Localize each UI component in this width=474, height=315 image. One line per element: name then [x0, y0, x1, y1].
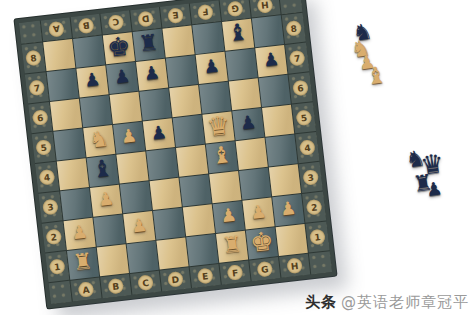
file-label-top-a-label: A: [48, 21, 65, 38]
rank-label-left-5-label: 5: [35, 139, 52, 156]
rank-label-left-8-label: 8: [25, 50, 42, 67]
piece-white-queen-f5[interactable]: ♛: [205, 111, 231, 139]
captured-pieces-upper-right: ♞♞♟♝: [352, 24, 388, 88]
square-d6[interactable]: [139, 88, 171, 120]
rank-label-right-4: 4: [295, 132, 319, 163]
square-c8[interactable]: ♚: [103, 32, 135, 64]
square-a5[interactable]: [53, 128, 85, 160]
file-label-top-c-label: C: [108, 14, 125, 31]
square-h3[interactable]: [269, 164, 301, 196]
piece-white-bishop-f4[interactable]: ♝: [210, 143, 233, 168]
square-b5[interactable]: ♞: [83, 125, 115, 157]
file-label-bottom-f: F: [219, 260, 250, 284]
rank-label-right-8: 8: [282, 13, 306, 44]
file-label-top-b-label: B: [78, 18, 95, 35]
square-d8[interactable]: ♜: [133, 29, 165, 61]
square-c3[interactable]: [120, 181, 152, 213]
square-b2[interactable]: [93, 214, 125, 246]
rank-label-left-3-label: 3: [42, 199, 59, 216]
frame-corner: [49, 281, 72, 304]
square-d1[interactable]: [156, 237, 188, 269]
file-label-bottom-g: G: [249, 257, 280, 281]
square-h6[interactable]: [259, 75, 291, 107]
file-label-top-f-label: F: [197, 4, 214, 21]
watermark: 头条 @英语老师章冠平: [305, 293, 469, 312]
file-label-bottom-d-label: D: [167, 271, 184, 288]
file-label-top-d-label: D: [137, 11, 154, 28]
square-e1[interactable]: [186, 234, 218, 266]
square-b8[interactable]: [73, 36, 105, 68]
file-label-bottom-b: B: [100, 274, 131, 298]
file-label-top-h-label: H: [257, 0, 274, 14]
piece-white-pawn-a2[interactable]: ♟: [70, 222, 88, 242]
file-label-bottom-h-label: H: [286, 257, 303, 274]
rank-label-right-7: 7: [285, 43, 309, 74]
rank-label-left-4-label: 4: [39, 169, 56, 186]
square-d7[interactable]: ♟: [136, 59, 168, 91]
square-e8[interactable]: [162, 25, 194, 57]
square-b6[interactable]: [80, 95, 112, 127]
piece-white-rook-a1[interactable]: ♜: [72, 250, 94, 274]
piece-white-pawn-c5[interactable]: ♟: [120, 126, 138, 146]
rank-label-left-1: 1: [45, 251, 69, 282]
piece-black-pawn-b7[interactable]: ♟: [83, 70, 101, 90]
chess-photo: ABCDEFGH8♚♜♝87♟♟♟♟♟7665♞♟♟♛♟54♝♝43♟32♟♟♟…: [0, 0, 474, 315]
file-label-bottom-d: D: [160, 267, 191, 291]
captured-black-pawn: ♟: [425, 178, 449, 199]
rank-label-right-2: 2: [302, 192, 326, 223]
file-label-bottom-f-label: F: [227, 264, 244, 281]
square-f7[interactable]: ♟: [196, 52, 228, 84]
file-label-top-e-label: E: [167, 7, 184, 24]
square-f4[interactable]: ♝: [206, 141, 238, 173]
file-label-top-f: F: [190, 0, 221, 24]
captured-white-bishop: ♝: [364, 63, 388, 89]
square-e6[interactable]: [169, 85, 201, 117]
square-e7[interactable]: [166, 55, 198, 87]
rank-label-right-6: 6: [288, 72, 312, 103]
piece-black-king-c8[interactable]: ♚: [106, 32, 132, 60]
square-a8[interactable]: [43, 39, 75, 71]
rank-label-right-3: 3: [299, 162, 323, 193]
square-a2[interactable]: ♟: [64, 218, 96, 250]
square-e4[interactable]: [176, 145, 208, 177]
square-a6[interactable]: [50, 99, 82, 131]
rank-label-left-6-label: 6: [32, 109, 49, 126]
square-b4[interactable]: ♝: [87, 155, 119, 187]
piece-black-bishop-b4[interactable]: ♝: [91, 156, 114, 181]
square-d5[interactable]: ♟: [143, 118, 175, 150]
rank-label-left-5: 5: [32, 132, 56, 163]
square-b1[interactable]: [97, 244, 129, 276]
file-label-bottom-a: A: [70, 277, 101, 301]
square-c6[interactable]: [110, 92, 142, 124]
square-f1[interactable]: ♜: [216, 231, 248, 263]
file-label-bottom-e-label: E: [197, 268, 214, 285]
rank-label-left-3: 3: [38, 191, 62, 222]
square-b3[interactable]: ♟: [90, 185, 122, 217]
piece-black-pawn-h7[interactable]: ♟: [262, 49, 280, 69]
file-label-top-e: E: [160, 4, 191, 28]
piece-white-pawn-c2[interactable]: ♟: [130, 215, 148, 235]
square-e2[interactable]: [183, 204, 215, 236]
square-g1[interactable]: ♚: [246, 227, 278, 259]
square-c1[interactable]: [127, 241, 159, 273]
piece-white-pawn-b3[interactable]: ♟: [97, 189, 115, 209]
file-label-bottom-b-label: B: [108, 278, 125, 295]
frame-corner: [309, 251, 332, 274]
square-d4[interactable]: [146, 148, 178, 180]
square-h4[interactable]: [265, 134, 297, 166]
frame-corner: [19, 21, 42, 44]
rank-label-left-6: 6: [28, 102, 52, 133]
rank-label-right-3-label: 3: [302, 169, 319, 186]
square-d3[interactable]: [150, 178, 182, 210]
square-c2[interactable]: ♟: [123, 211, 155, 243]
piece-white-pawn-h2[interactable]: ♟: [279, 198, 297, 218]
rank-label-right-5: 5: [292, 102, 316, 133]
square-g6[interactable]: [229, 78, 261, 110]
rank-label-right-1-label: 1: [309, 229, 326, 246]
piece-black-bishop-g8[interactable]: ♝: [226, 20, 249, 45]
piece-black-pawn-c7[interactable]: ♟: [113, 66, 131, 86]
square-h8[interactable]: [252, 15, 284, 47]
square-a7[interactable]: [47, 69, 79, 101]
piece-black-pawn-g5[interactable]: ♟: [239, 112, 257, 132]
file-label-bottom-h: H: [279, 254, 310, 278]
piece-black-pawn-d5[interactable]: ♟: [150, 122, 168, 142]
file-label-top-a: A: [41, 17, 72, 41]
watermark-brand: 头条: [305, 293, 337, 312]
rank-label-right-7-label: 7: [289, 50, 306, 67]
file-label-bottom-c: C: [130, 271, 161, 295]
square-h1[interactable]: [276, 224, 308, 256]
piece-white-king-g1[interactable]: ♚: [249, 227, 275, 255]
square-a3[interactable]: [60, 188, 92, 220]
rank-label-left-2: 2: [42, 221, 66, 252]
piece-white-pawn-g2[interactable]: ♟: [249, 202, 267, 222]
square-a4[interactable]: [57, 158, 89, 190]
frame-corner: [279, 0, 302, 14]
square-e3[interactable]: [179, 174, 211, 206]
rank-label-right-5-label: 5: [296, 109, 313, 126]
square-g8[interactable]: ♝: [222, 19, 254, 51]
rank-label-left-4: 4: [35, 162, 59, 193]
piece-white-pawn-f2[interactable]: ♟: [219, 205, 237, 225]
square-c4[interactable]: [116, 151, 148, 183]
square-f5[interactable]: ♛: [202, 111, 234, 143]
square-e5[interactable]: [173, 115, 205, 147]
square-g4[interactable]: [236, 138, 268, 170]
rank-label-right-8-label: 8: [285, 20, 302, 37]
rank-label-left-7: 7: [25, 72, 49, 103]
file-label-bottom-e: E: [190, 264, 221, 288]
file-label-bottom-g-label: G: [257, 261, 274, 278]
square-a1[interactable]: ♜: [67, 248, 99, 280]
square-h7[interactable]: ♟: [255, 45, 287, 77]
rank-label-left-2-label: 2: [46, 229, 63, 246]
square-h2[interactable]: ♟: [272, 194, 304, 226]
piece-white-knight-b5[interactable]: ♞: [88, 127, 110, 151]
square-f3[interactable]: [209, 171, 241, 203]
watermark-handle: @英语老师章冠平: [341, 293, 469, 312]
square-g3[interactable]: [239, 168, 271, 200]
rank-label-left-8: 8: [21, 42, 45, 73]
file-label-top-b: B: [71, 14, 102, 38]
square-h5[interactable]: [262, 105, 294, 137]
square-c5[interactable]: ♟: [113, 122, 145, 154]
file-label-bottom-a-label: A: [78, 281, 95, 298]
rank-label-right-1: 1: [305, 221, 329, 252]
piece-black-pawn-d7[interactable]: ♟: [143, 63, 161, 83]
captured-pieces-lower-right: ♞♛♜♟: [405, 150, 448, 201]
square-f2[interactable]: ♟: [213, 201, 245, 233]
rank-label-right-4-label: 4: [299, 139, 316, 156]
square-b7[interactable]: ♟: [76, 65, 108, 97]
file-label-top-g-label: G: [227, 1, 244, 18]
square-g7[interactable]: [225, 48, 257, 80]
square-d2[interactable]: [153, 208, 185, 240]
file-label-top-d: D: [130, 7, 161, 31]
rank-label-left-1-label: 1: [49, 258, 66, 275]
square-c7[interactable]: ♟: [106, 62, 138, 94]
rank-label-left-7-label: 7: [29, 80, 46, 97]
square-f8[interactable]: [192, 22, 224, 54]
file-label-bottom-c-label: C: [137, 274, 154, 291]
square-g5[interactable]: ♟: [232, 108, 264, 140]
rank-label-right-2-label: 2: [306, 199, 323, 216]
piece-black-rook-d8[interactable]: ♜: [137, 31, 159, 55]
rank-label-right-6-label: 6: [292, 80, 309, 97]
piece-black-pawn-f7[interactable]: ♟: [202, 56, 220, 76]
chess-board: ABCDEFGH8♚♜♝87♟♟♟♟♟7665♞♟♟♛♟54♝♝43♟32♟♟♟…: [14, 0, 336, 309]
piece-white-rook-f1[interactable]: ♜: [221, 233, 243, 257]
